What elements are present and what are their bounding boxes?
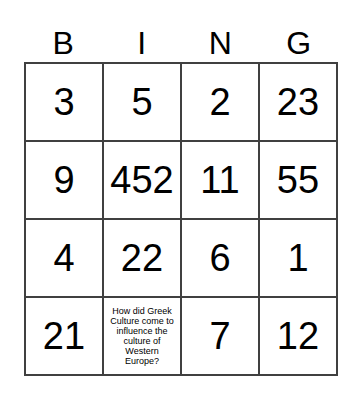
bingo-cell-r3c2[interactable]: 22 (103, 219, 181, 297)
bingo-cell-r2c1[interactable]: 9 (25, 141, 103, 219)
bingo-cell-r3c3[interactable]: 6 (181, 219, 259, 297)
bingo-grid: 3 5 2 23 9 452 11 55 4 22 6 1 21 How did… (24, 62, 338, 376)
bingo-cell-r2c4[interactable]: 55 (259, 141, 337, 219)
bingo-card: B I N G 3 5 2 23 9 452 11 55 4 22 6 1 21… (24, 0, 338, 376)
header-letter-n: N (181, 0, 260, 62)
bingo-cell-r3c4[interactable]: 1 (259, 219, 337, 297)
bingo-cell-r2c2[interactable]: 452 (103, 141, 181, 219)
header-letter-b: B (24, 0, 103, 62)
bingo-cell-r4c1[interactable]: 21 (25, 297, 103, 375)
bingo-cell-r1c4[interactable]: 23 (259, 63, 337, 141)
bingo-cell-r2c3[interactable]: 11 (181, 141, 259, 219)
bingo-cell-r4c2-question[interactable]: How did Greek Culture come to influence … (103, 297, 181, 375)
bingo-cell-r3c1[interactable]: 4 (25, 219, 103, 297)
bingo-cell-r4c3[interactable]: 7 (181, 297, 259, 375)
header-letter-i: I (103, 0, 182, 62)
bingo-cell-r4c4[interactable]: 12 (259, 297, 337, 375)
bingo-cell-r1c3[interactable]: 2 (181, 63, 259, 141)
header-letter-g: G (260, 0, 339, 62)
bingo-cell-r1c1[interactable]: 3 (25, 63, 103, 141)
bingo-cell-r1c2[interactable]: 5 (103, 63, 181, 141)
bingo-header: B I N G (24, 0, 338, 62)
